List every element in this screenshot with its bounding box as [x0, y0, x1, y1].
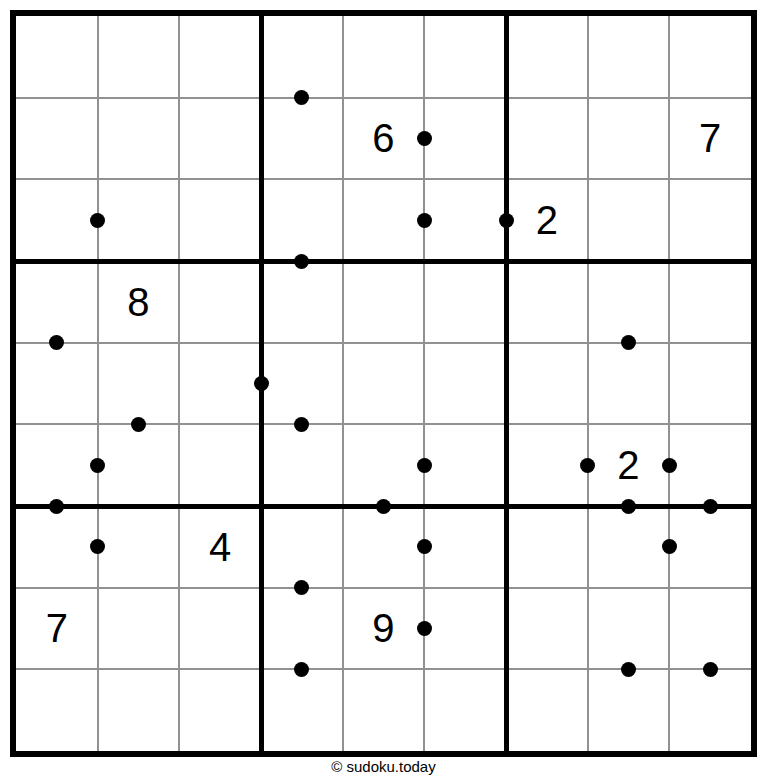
kropki-dot — [703, 499, 718, 514]
copyright-text: © sudoku.today — [331, 758, 435, 775]
kropki-dot — [49, 499, 64, 514]
kropki-dot — [49, 335, 64, 350]
kropki-dot — [621, 662, 636, 677]
kropki-dot — [499, 213, 514, 228]
kropki-dot — [131, 417, 146, 432]
kropki-dot — [703, 662, 718, 677]
kropki-dot — [621, 335, 636, 350]
kropki-dot — [417, 621, 432, 636]
kropki-dot — [417, 131, 432, 146]
kropki-dot — [417, 458, 432, 473]
kropki-dot — [621, 499, 636, 514]
kropki-dot — [294, 254, 309, 269]
kropki-dot — [254, 376, 269, 391]
kropki-dot — [90, 213, 105, 228]
kropki-dot — [662, 458, 677, 473]
kropki-dot — [294, 417, 309, 432]
kropki-dot — [417, 213, 432, 228]
kropki-dot — [294, 90, 309, 105]
kropki-dot — [294, 580, 309, 595]
kropki-dots-layer — [16, 16, 751, 751]
kropki-dot — [376, 499, 391, 514]
kropki-dot — [417, 539, 432, 554]
kropki-dot — [662, 539, 677, 554]
sudoku-page: 67282479 © sudoku.today — [0, 0, 767, 777]
kropki-dot — [90, 539, 105, 554]
kropki-dot — [294, 662, 309, 677]
kropki-dot — [90, 458, 105, 473]
sudoku-board: 67282479 — [10, 10, 757, 757]
footer: © sudoku.today — [10, 756, 757, 777]
kropki-dot — [580, 458, 595, 473]
